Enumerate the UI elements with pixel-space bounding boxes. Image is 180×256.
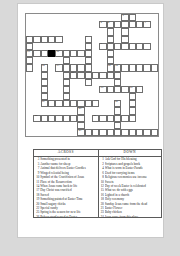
empty-space [33, 43, 40, 50]
empty-space [41, 122, 48, 129]
empty-space [70, 28, 77, 35]
empty-space [99, 64, 106, 71]
empty-space [92, 122, 99, 129]
clue-number: 19 [42, 101, 45, 104]
clue-number: 11 [57, 51, 59, 54]
empty-space [129, 28, 136, 35]
grid-cell[interactable]: 18 [99, 86, 106, 93]
down-column: DOWN 1Ask God for His blessing2Scripture… [98, 150, 162, 217]
clue-number: 18 [101, 87, 104, 90]
empty-space [55, 129, 62, 136]
empty-space [33, 79, 40, 86]
empty-space [33, 122, 40, 129]
grid-cell[interactable] [33, 36, 40, 43]
empty-space [33, 100, 40, 107]
empty-space [143, 93, 150, 100]
grid-cell[interactable] [129, 93, 136, 100]
clue-number: 26 [79, 130, 82, 133]
empty-space [55, 72, 62, 79]
empty-space [92, 86, 99, 93]
empty-space [114, 28, 121, 35]
empty-space [107, 107, 114, 114]
empty-space [92, 28, 99, 35]
grid-cell[interactable]: 11 [55, 50, 62, 57]
empty-space [70, 21, 77, 28]
empty-space [70, 93, 77, 100]
empty-space [151, 100, 158, 107]
empty-space [99, 107, 106, 114]
empty-space [99, 50, 106, 57]
grid-cell[interactable] [129, 107, 136, 114]
grid-cell[interactable] [136, 21, 143, 28]
empty-space [143, 79, 150, 86]
grid-cell[interactable] [114, 86, 121, 93]
clue-number: 13 [115, 65, 118, 68]
clue-number: 3 [101, 22, 102, 25]
across-header: ACROSS [34, 150, 98, 157]
grid-cell[interactable]: 17 [70, 72, 77, 79]
empty-space [151, 43, 158, 50]
empty-space [114, 36, 121, 43]
grid-cell[interactable] [99, 129, 106, 136]
empty-space [41, 28, 48, 35]
empty-space [55, 107, 62, 114]
grid-cell[interactable] [114, 107, 121, 114]
empty-space [63, 43, 70, 50]
clue-number: 1 [123, 15, 124, 18]
grid-cell[interactable] [114, 43, 121, 50]
grid-cell[interactable] [129, 129, 136, 136]
grid-cell[interactable] [107, 36, 114, 43]
grid-cell[interactable] [114, 129, 121, 136]
empty-space [33, 86, 40, 93]
grid-cell[interactable] [143, 129, 150, 136]
empty-space [48, 79, 55, 86]
empty-space [151, 72, 158, 79]
empty-space [55, 28, 62, 35]
grid-cell[interactable] [85, 129, 92, 136]
empty-space [41, 43, 48, 50]
empty-space [151, 50, 158, 57]
grid-cell[interactable] [77, 64, 84, 71]
grid-cell[interactable] [48, 115, 55, 122]
empty-space [48, 21, 55, 28]
grid-cell[interactable] [136, 86, 143, 93]
empty-space [70, 14, 77, 21]
empty-space [48, 57, 55, 64]
empty-space [26, 115, 33, 122]
empty-space [129, 79, 136, 86]
empty-space [99, 57, 106, 64]
grid-cell[interactable] [114, 122, 121, 129]
grid-cell[interactable] [136, 43, 143, 50]
clue-number: 16 [130, 87, 133, 90]
empty-space [63, 28, 70, 35]
empty-space [151, 28, 158, 35]
grid-cell[interactable] [63, 86, 70, 93]
grid-cell[interactable]: 13 [114, 64, 121, 71]
empty-space [92, 21, 99, 28]
empty-space [92, 79, 99, 86]
empty-space [143, 86, 150, 93]
grid-cell[interactable]: 1 [121, 14, 128, 21]
grid-cell[interactable] [92, 100, 99, 107]
empty-space [48, 72, 55, 79]
empty-space [143, 107, 150, 114]
empty-space [99, 28, 106, 35]
empty-space [151, 79, 158, 86]
empty-space [151, 57, 158, 64]
empty-space [121, 50, 128, 57]
empty-space [136, 79, 143, 86]
empty-space [48, 28, 55, 35]
empty-space [114, 50, 121, 57]
empty-space [48, 129, 55, 136]
grid-cell[interactable] [41, 86, 48, 93]
empty-space [26, 107, 33, 114]
grid-cell[interactable] [143, 43, 150, 50]
grid-cell[interactable] [41, 72, 48, 79]
clue-row: 24Jesus arose from this place [100, 215, 160, 217]
grid-cell[interactable] [114, 115, 121, 122]
empty-space [92, 64, 99, 71]
empty-space [99, 93, 106, 100]
grid-cell[interactable]: 3 [99, 21, 106, 28]
empty-space [92, 43, 99, 50]
grid-cell[interactable] [121, 21, 128, 28]
empty-space [107, 100, 114, 107]
grid-cell[interactable] [55, 115, 62, 122]
grid-cell[interactable] [136, 64, 143, 71]
clue-number: 10 [27, 51, 30, 54]
empty-space [33, 28, 40, 35]
empty-space [77, 43, 84, 50]
empty-space [121, 93, 128, 100]
empty-space [121, 107, 128, 114]
grid-cell[interactable] [121, 28, 128, 35]
clue-number: 7 [101, 43, 102, 46]
grid-cell[interactable] [41, 79, 48, 86]
grid-cell[interactable] [114, 21, 121, 28]
grid-cell[interactable]: 20 [77, 107, 84, 114]
clue-number: 2 [108, 22, 109, 25]
grid-cell[interactable] [121, 43, 128, 50]
grid-cell[interactable] [143, 64, 150, 71]
grid-cell[interactable] [114, 79, 121, 86]
empty-space [55, 43, 62, 50]
grid-cell[interactable] [129, 43, 136, 50]
empty-space [121, 72, 128, 79]
grid-cell[interactable] [85, 72, 92, 79]
empty-space [143, 100, 150, 107]
grid-cell[interactable] [63, 64, 70, 71]
grid-cell[interactable]: 7 [99, 43, 106, 50]
empty-space [48, 43, 55, 50]
empty-space [85, 21, 92, 28]
empty-space [55, 14, 62, 21]
clue-number: 23 [93, 115, 96, 118]
empty-space [99, 100, 106, 107]
empty-space [26, 122, 33, 129]
grid-cell[interactable] [41, 36, 48, 43]
grid-cell[interactable]: 16 [129, 86, 136, 93]
grid-cell[interactable] [70, 50, 77, 57]
empty-space [92, 50, 99, 57]
grid-cell[interactable]: 4 [143, 21, 150, 28]
grid-cell[interactable] [99, 115, 106, 122]
clue-number: 20 [79, 108, 82, 111]
grid-cell[interactable] [77, 72, 84, 79]
empty-space [33, 93, 40, 100]
empty-space [85, 107, 92, 114]
grid-cell[interactable] [85, 64, 92, 71]
grid-cell[interactable] [26, 64, 33, 71]
grid-cell[interactable]: 26 [77, 129, 84, 136]
empty-space [77, 14, 84, 21]
empty-space [26, 93, 33, 100]
empty-space [114, 14, 121, 21]
grid-cell[interactable] [26, 57, 33, 64]
grid-cell[interactable] [92, 72, 99, 79]
empty-space [136, 93, 143, 100]
empty-space [33, 57, 40, 64]
empty-space [26, 129, 33, 136]
empty-space [26, 72, 33, 79]
empty-space [77, 28, 84, 35]
empty-space [136, 50, 143, 57]
empty-space [41, 21, 48, 28]
empty-space [70, 86, 77, 93]
empty-space [77, 36, 84, 43]
across-column: ACROSS 3Something presented in5Another n… [34, 150, 98, 217]
grid-cell[interactable] [121, 115, 128, 122]
empty-space [48, 122, 55, 129]
grid-cell[interactable] [77, 115, 84, 122]
clue-number: 21 [115, 101, 118, 104]
empty-space [70, 129, 77, 136]
empty-space [151, 107, 158, 114]
empty-space [151, 115, 158, 122]
empty-space [129, 36, 136, 43]
grid-cell[interactable] [63, 79, 70, 86]
empty-space [143, 122, 150, 129]
black-cell [48, 50, 55, 57]
grid-cell[interactable] [70, 100, 77, 107]
crossword-grid: 1324567101112141513171816192120222326 [25, 13, 159, 137]
empty-space [41, 129, 48, 136]
grid-cell[interactable] [121, 64, 128, 71]
clue-number: 15 [108, 65, 111, 68]
grid-cell[interactable] [151, 129, 158, 136]
grid-cell[interactable] [107, 115, 114, 122]
empty-space [85, 93, 92, 100]
empty-space [143, 50, 150, 57]
empty-space [151, 36, 158, 43]
empty-space [48, 86, 55, 93]
empty-space [136, 36, 143, 43]
grid-cell[interactable] [85, 57, 92, 64]
empty-space [63, 129, 70, 136]
empty-space [70, 107, 77, 114]
grid-cell[interactable] [107, 86, 114, 93]
empty-space [33, 14, 40, 21]
grid-cell[interactable]: 5 [26, 36, 33, 43]
clue-row: 26Bakery good served at Easter [35, 215, 96, 217]
grid-cell[interactable]: 12 [41, 64, 48, 71]
empty-space [77, 86, 84, 93]
empty-space [129, 57, 136, 64]
empty-space [107, 93, 114, 100]
grid-cell[interactable] [55, 36, 62, 43]
grid-cell[interactable] [121, 36, 128, 43]
grid-cell[interactable] [121, 129, 128, 136]
empty-space [99, 79, 106, 86]
grid-cell[interactable] [85, 50, 92, 57]
grid-cell[interactable] [70, 115, 77, 122]
worksheet-page: { "game": "crossword", "position": " .. … [0, 0, 180, 256]
grid-cell[interactable] [107, 43, 114, 50]
grid-cell[interactable] [77, 50, 84, 57]
empty-space [41, 107, 48, 114]
empty-space [33, 64, 40, 71]
empty-space [85, 122, 92, 129]
grid-cell[interactable] [33, 50, 40, 57]
empty-space [48, 107, 55, 114]
grid-cell[interactable]: 23 [92, 115, 99, 122]
empty-space [121, 57, 128, 64]
grid-cell[interactable] [48, 100, 55, 107]
empty-space [26, 100, 33, 107]
empty-space [151, 93, 158, 100]
grid-cell[interactable] [121, 86, 128, 93]
empty-space [92, 93, 99, 100]
across-clue-list: 3Something presented in5Another name for… [34, 157, 98, 217]
empty-space [26, 14, 33, 21]
empty-space [85, 86, 92, 93]
empty-space [143, 72, 150, 79]
empty-space [136, 107, 143, 114]
grid-cell[interactable]: 2 [107, 21, 114, 28]
empty-space [41, 14, 48, 21]
empty-space [92, 36, 99, 43]
grid-cell[interactable] [48, 36, 55, 43]
grid-cell[interactable] [77, 122, 84, 129]
empty-space [70, 36, 77, 43]
empty-space [136, 115, 143, 122]
grid-cell[interactable]: 22 [33, 115, 40, 122]
empty-space [143, 57, 150, 64]
grid-cell[interactable] [151, 64, 158, 71]
grid-cell[interactable] [63, 50, 70, 57]
grid-cell[interactable] [129, 115, 136, 122]
empty-space [136, 122, 143, 129]
empty-space [63, 14, 70, 21]
grid-cell[interactable] [107, 50, 114, 57]
grid-cell[interactable] [129, 100, 136, 107]
empty-space [70, 79, 77, 86]
empty-space [92, 57, 99, 64]
grid-cell[interactable] [129, 64, 136, 71]
empty-space [151, 21, 158, 28]
empty-space [26, 79, 33, 86]
empty-space [70, 122, 77, 129]
grid-cell[interactable] [107, 28, 114, 35]
grid-cell[interactable] [85, 100, 92, 107]
empty-space [77, 57, 84, 64]
empty-space [99, 122, 106, 129]
empty-space [70, 43, 77, 50]
empty-space [48, 64, 55, 71]
grid-cell[interactable]: 14 [55, 64, 62, 71]
grid-cell[interactable] [107, 72, 114, 79]
grid-cell[interactable] [136, 129, 143, 136]
grid-cell[interactable] [85, 79, 92, 86]
empty-space [70, 57, 77, 64]
clue-row-text: Jesus arose from this place [105, 215, 160, 217]
empty-space [55, 21, 62, 28]
empty-space [48, 14, 55, 21]
empty-space [151, 86, 158, 93]
grid-cell[interactable]: 6 [85, 36, 92, 43]
empty-space [92, 14, 99, 21]
empty-space [107, 79, 114, 86]
empty-space [77, 93, 84, 100]
empty-space [77, 79, 84, 86]
empty-space [33, 72, 40, 79]
grid-cell[interactable] [107, 129, 114, 136]
grid-cell[interactable]: 21 [114, 100, 121, 107]
grid-cell[interactable] [99, 72, 106, 79]
grid-cell[interactable] [85, 43, 92, 50]
grid-cell[interactable] [129, 14, 136, 21]
empty-space [55, 86, 62, 93]
grid-cell[interactable] [63, 115, 70, 122]
empty-space [151, 122, 158, 129]
empty-space [48, 93, 55, 100]
grid-cell[interactable] [63, 93, 70, 100]
grid-cell[interactable] [63, 100, 70, 107]
grid-cell[interactable]: 15 [107, 64, 114, 71]
empty-space [143, 28, 150, 35]
empty-space [63, 21, 70, 28]
empty-space [107, 122, 114, 129]
grid-cell[interactable] [63, 72, 70, 79]
clue-number: 12 [42, 65, 45, 68]
clue-table: ACROSS 3Something presented in5Another n… [33, 149, 162, 218]
grid-cell[interactable]: 19 [41, 100, 48, 107]
grid-cell[interactable] [26, 43, 33, 50]
grid-cell[interactable] [41, 115, 48, 122]
empty-space [63, 107, 70, 114]
clue-number: 4 [145, 22, 146, 25]
empty-space [136, 28, 143, 35]
empty-space [151, 14, 158, 21]
empty-space [136, 72, 143, 79]
empty-space [55, 79, 62, 86]
grid-cell[interactable] [114, 72, 121, 79]
grid-cell[interactable] [92, 129, 99, 136]
grid-cell[interactable]: 10 [26, 50, 33, 57]
grid-cell[interactable] [63, 57, 70, 64]
grid-cell[interactable] [41, 50, 48, 57]
empty-space [85, 14, 92, 21]
empty-space [136, 100, 143, 107]
empty-space [55, 93, 62, 100]
clue-number: 6 [86, 36, 87, 39]
grid-cell[interactable] [55, 100, 62, 107]
empty-space [63, 36, 70, 43]
grid-cell[interactable] [129, 21, 136, 28]
